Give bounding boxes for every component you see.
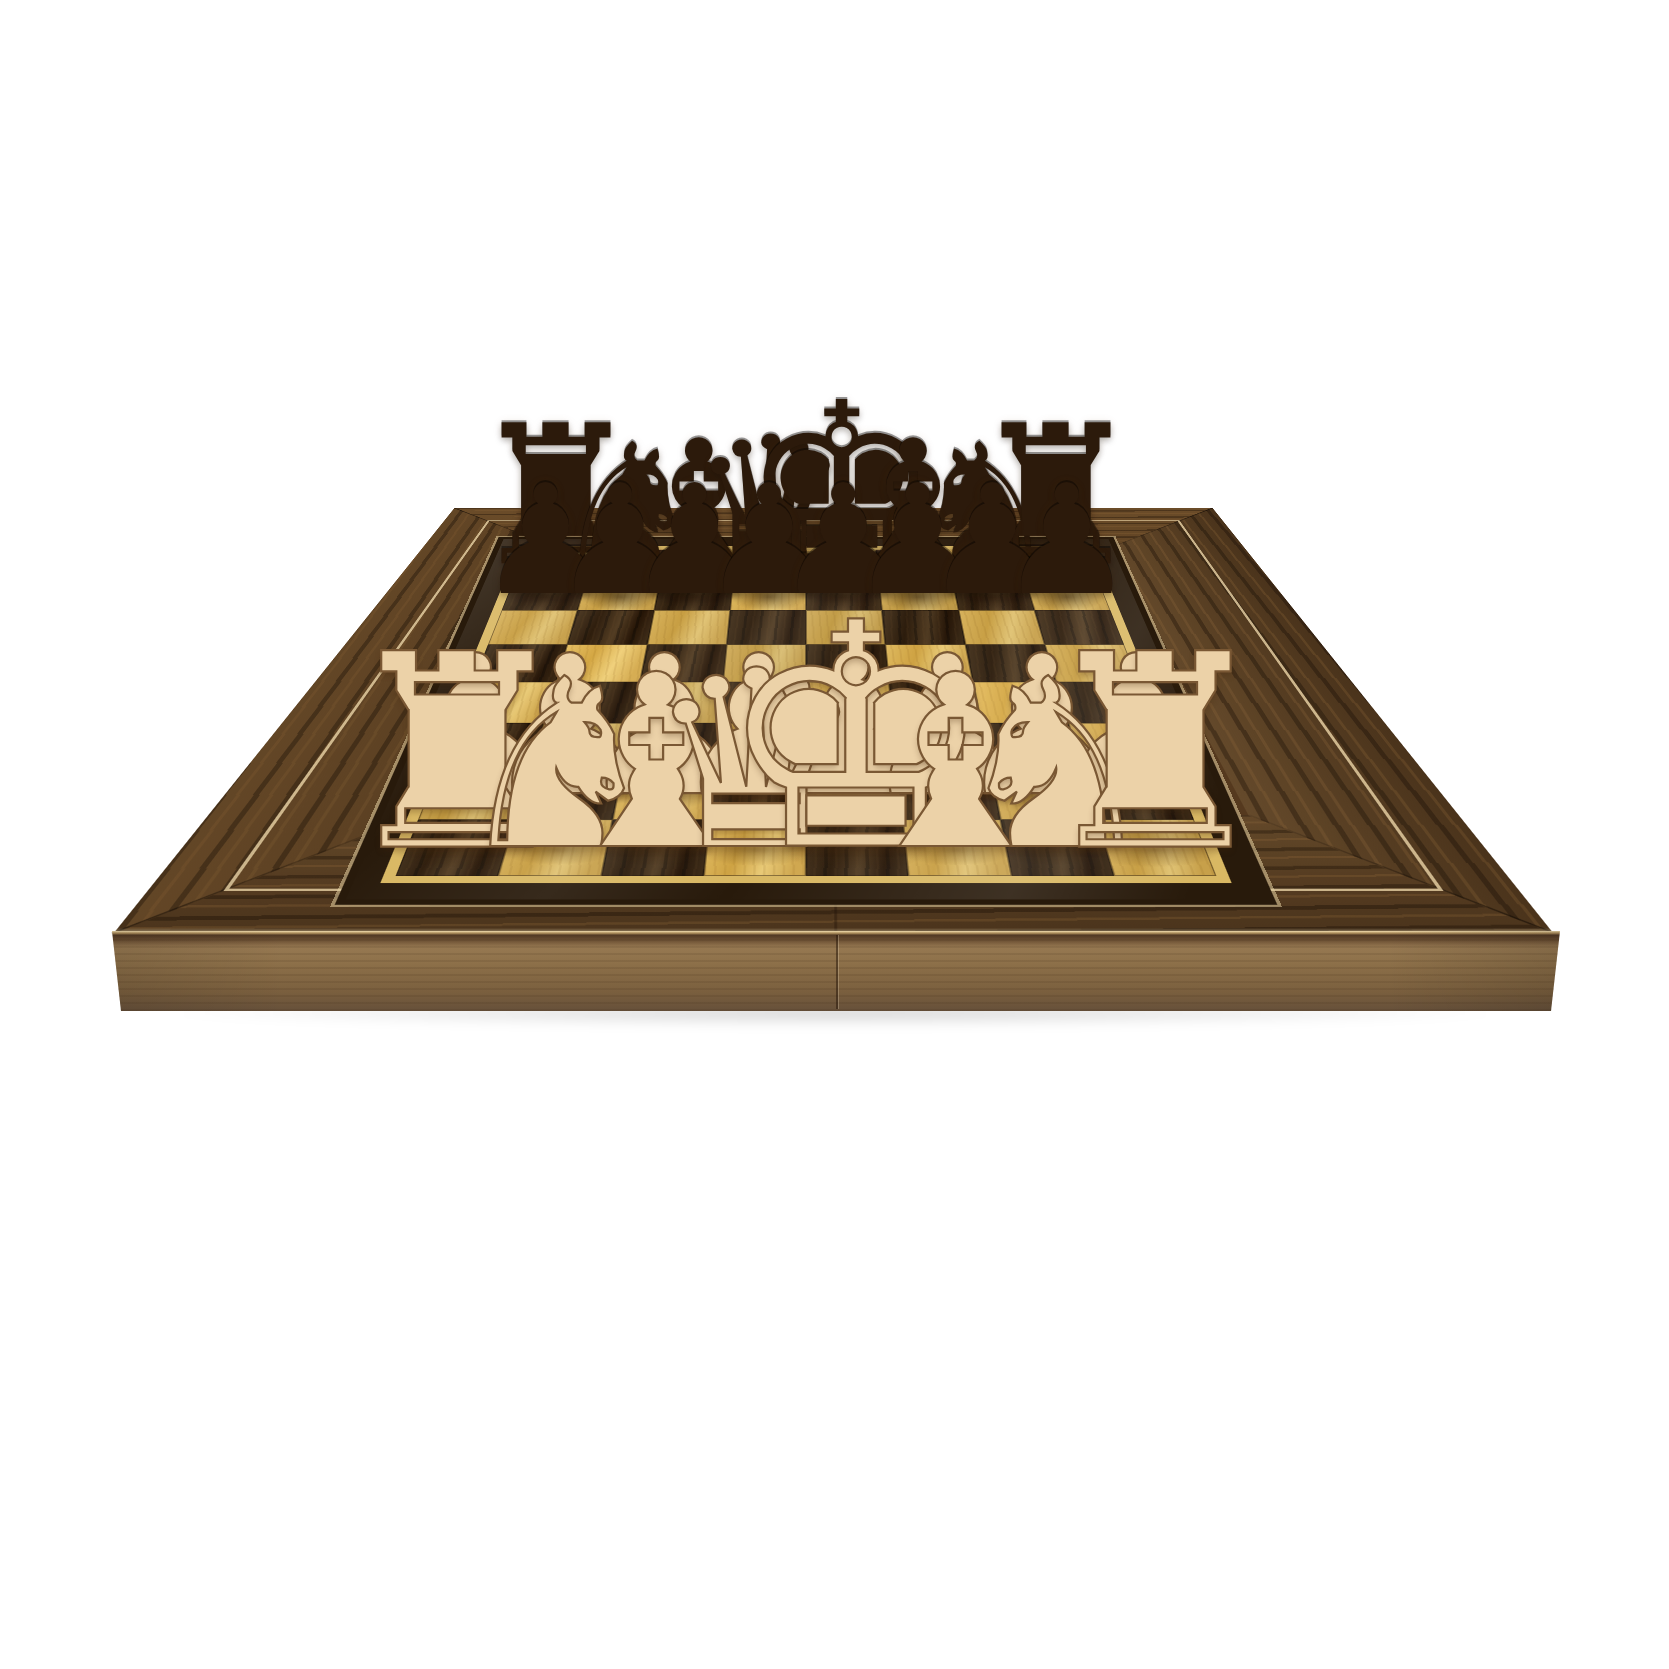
chess-set-photo: ♜♞♝♛♚♝♞♜♟♟♟♟♟♟♟♟♟♟♟♟♟♟♟♟♜♞♝♛♚♝♞♜ — [0, 0, 1669, 1669]
pieces-layer: ♜♞♝♛♚♝♞♜♟♟♟♟♟♟♟♟♟♟♟♟♟♟♟♟♜♞♝♛♚♝♞♜ — [0, 0, 1669, 1669]
piece-white-rook-h1[interactable]: ♜ — [1034, 619, 1275, 888]
piece-black-pawn-h7[interactable]: ♟ — [998, 465, 1134, 617]
